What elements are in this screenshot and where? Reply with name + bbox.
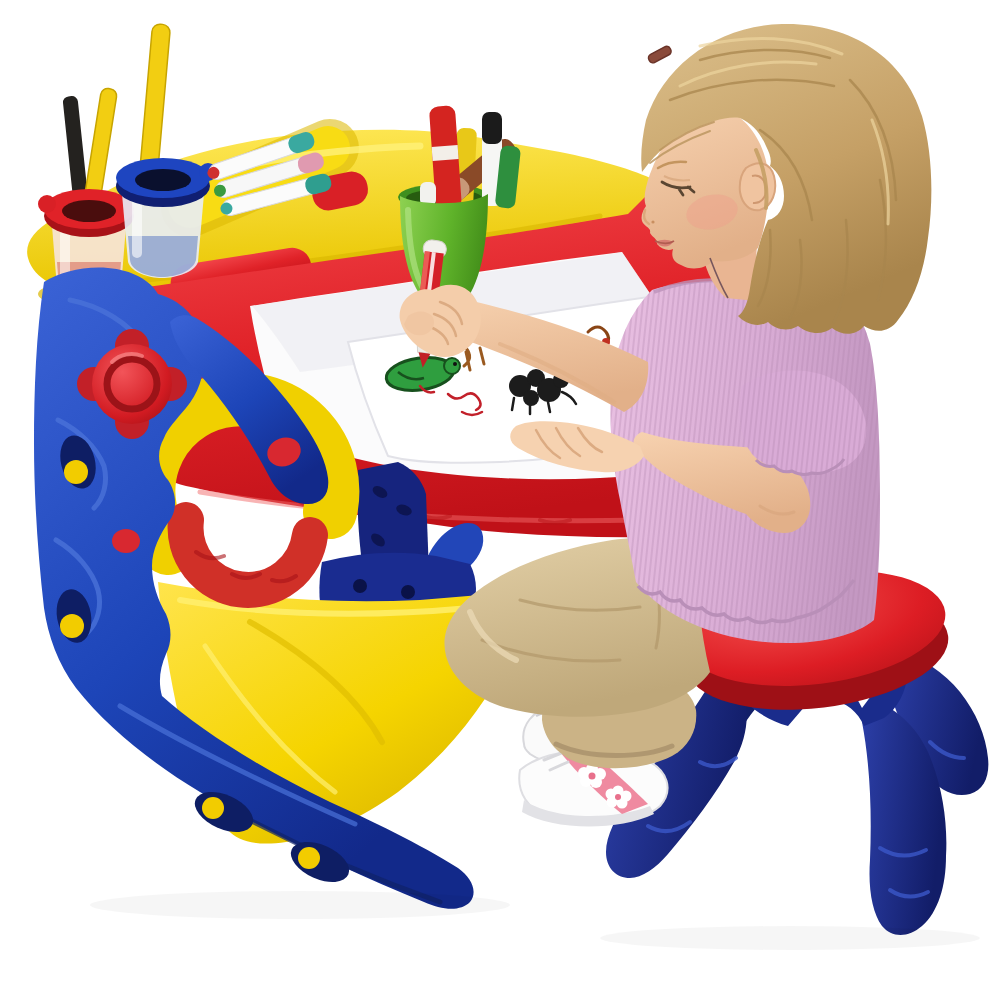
hair-barrette [647, 45, 672, 64]
yellow-peg-3 [202, 797, 224, 819]
cup-markers [420, 105, 521, 211]
yellow-peg-4 [298, 847, 320, 869]
yellow-peg-2 [60, 614, 84, 638]
red-peg-leg [112, 529, 140, 553]
yellow-peg-1 [64, 460, 88, 484]
shadow-desk [90, 891, 510, 919]
photo-scene [0, 0, 1000, 1000]
shadow-stool [600, 926, 980, 950]
scene-canvas [0, 0, 1000, 1000]
